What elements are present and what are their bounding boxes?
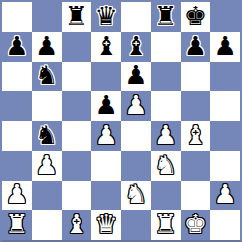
square-e7[interactable]: ♝ bbox=[121, 32, 151, 62]
square-h7[interactable]: ♟ bbox=[210, 32, 240, 62]
square-g3[interactable] bbox=[181, 151, 211, 181]
square-g5[interactable] bbox=[181, 91, 211, 121]
black-rook[interactable]: ♜ bbox=[65, 3, 88, 29]
black-queen[interactable]: ♛ bbox=[94, 3, 117, 29]
square-e2[interactable]: ♞ bbox=[121, 181, 151, 211]
square-g6[interactable] bbox=[181, 62, 211, 92]
white-bishop[interactable]: ♝ bbox=[184, 122, 207, 148]
square-f7[interactable] bbox=[151, 32, 181, 62]
square-e1[interactable] bbox=[121, 210, 151, 240]
square-b7[interactable]: ♟ bbox=[32, 32, 62, 62]
square-e6[interactable]: ♟ bbox=[121, 62, 151, 92]
square-h5[interactable] bbox=[210, 91, 240, 121]
square-c7[interactable] bbox=[62, 32, 92, 62]
square-c4[interactable] bbox=[62, 121, 92, 151]
black-pawn[interactable]: ♟ bbox=[35, 33, 58, 59]
square-c6[interactable] bbox=[62, 62, 92, 92]
square-g7[interactable]: ♟ bbox=[181, 32, 211, 62]
square-b8[interactable] bbox=[32, 2, 62, 32]
black-rook[interactable]: ♜ bbox=[154, 3, 177, 29]
chess-app: ♜♛♜♚♟♟♝♝♟♟♞♟♟♟♞♟♟♝♟♞♟♞♟♜♝♛♜♚ bbox=[0, 0, 242, 242]
white-pawn[interactable]: ♟ bbox=[5, 181, 28, 207]
square-f4[interactable]: ♟ bbox=[151, 121, 181, 151]
chess-board: ♜♛♜♚♟♟♝♝♟♟♞♟♟♟♞♟♟♝♟♞♟♞♟♜♝♛♜♚ bbox=[0, 0, 242, 242]
black-pawn[interactable]: ♟ bbox=[184, 33, 207, 59]
square-b4[interactable]: ♞ bbox=[32, 121, 62, 151]
black-pawn[interactable]: ♟ bbox=[5, 33, 28, 59]
square-d3[interactable] bbox=[91, 151, 121, 181]
square-g4[interactable]: ♝ bbox=[181, 121, 211, 151]
black-king[interactable]: ♚ bbox=[184, 3, 207, 29]
square-a5[interactable] bbox=[2, 91, 32, 121]
black-pawn[interactable]: ♟ bbox=[213, 33, 236, 59]
square-d6[interactable] bbox=[91, 62, 121, 92]
square-b3[interactable]: ♟ bbox=[32, 151, 62, 181]
square-d5[interactable]: ♟ bbox=[91, 91, 121, 121]
square-a8[interactable] bbox=[2, 2, 32, 32]
black-bishop[interactable]: ♝ bbox=[94, 33, 117, 59]
square-h4[interactable] bbox=[210, 121, 240, 151]
square-a4[interactable] bbox=[2, 121, 32, 151]
square-e8[interactable] bbox=[121, 2, 151, 32]
white-knight[interactable]: ♞ bbox=[154, 152, 177, 178]
square-f2[interactable] bbox=[151, 181, 181, 211]
square-b5[interactable] bbox=[32, 91, 62, 121]
square-f1[interactable]: ♜ bbox=[151, 210, 181, 240]
square-d1[interactable]: ♛ bbox=[91, 210, 121, 240]
square-b2[interactable] bbox=[32, 181, 62, 211]
black-pawn[interactable]: ♟ bbox=[94, 92, 117, 118]
square-g1[interactable]: ♚ bbox=[181, 210, 211, 240]
square-c2[interactable] bbox=[62, 181, 92, 211]
square-a3[interactable] bbox=[2, 151, 32, 181]
black-knight[interactable]: ♞ bbox=[35, 62, 58, 88]
square-a1[interactable]: ♜ bbox=[2, 210, 32, 240]
white-queen[interactable]: ♛ bbox=[94, 211, 117, 237]
square-h8[interactable] bbox=[210, 2, 240, 32]
white-king[interactable]: ♚ bbox=[184, 211, 207, 237]
white-bishop[interactable]: ♝ bbox=[65, 211, 88, 237]
square-h2[interactable]: ♟ bbox=[210, 181, 240, 211]
square-b1[interactable] bbox=[32, 210, 62, 240]
square-c5[interactable] bbox=[62, 91, 92, 121]
white-pawn[interactable]: ♟ bbox=[94, 122, 117, 148]
square-g2[interactable] bbox=[181, 181, 211, 211]
square-e5[interactable]: ♟ bbox=[121, 91, 151, 121]
square-d7[interactable]: ♝ bbox=[91, 32, 121, 62]
square-h1[interactable] bbox=[210, 210, 240, 240]
square-a2[interactable]: ♟ bbox=[2, 181, 32, 211]
white-pawn[interactable]: ♟ bbox=[124, 92, 147, 118]
square-d4[interactable]: ♟ bbox=[91, 121, 121, 151]
square-h3[interactable] bbox=[210, 151, 240, 181]
black-pawn[interactable]: ♟ bbox=[124, 62, 147, 88]
square-f3[interactable]: ♞ bbox=[151, 151, 181, 181]
square-c3[interactable] bbox=[62, 151, 92, 181]
white-rook[interactable]: ♜ bbox=[5, 211, 28, 237]
square-h6[interactable] bbox=[210, 62, 240, 92]
white-knight[interactable]: ♞ bbox=[124, 181, 147, 207]
square-f6[interactable] bbox=[151, 62, 181, 92]
square-f8[interactable]: ♜ bbox=[151, 2, 181, 32]
black-bishop[interactable]: ♝ bbox=[124, 33, 147, 59]
square-b6[interactable]: ♞ bbox=[32, 62, 62, 92]
square-e3[interactable] bbox=[121, 151, 151, 181]
square-c1[interactable]: ♝ bbox=[62, 210, 92, 240]
square-c8[interactable]: ♜ bbox=[62, 2, 92, 32]
square-g8[interactable]: ♚ bbox=[181, 2, 211, 32]
square-f5[interactable] bbox=[151, 91, 181, 121]
white-pawn[interactable]: ♟ bbox=[213, 181, 236, 207]
white-pawn[interactable]: ♟ bbox=[154, 122, 177, 148]
square-e4[interactable] bbox=[121, 121, 151, 151]
square-a7[interactable]: ♟ bbox=[2, 32, 32, 62]
square-a6[interactable] bbox=[2, 62, 32, 92]
square-d2[interactable] bbox=[91, 181, 121, 211]
square-d8[interactable]: ♛ bbox=[91, 2, 121, 32]
black-knight[interactable]: ♞ bbox=[35, 122, 58, 148]
white-pawn[interactable]: ♟ bbox=[35, 152, 58, 178]
white-rook[interactable]: ♜ bbox=[154, 211, 177, 237]
